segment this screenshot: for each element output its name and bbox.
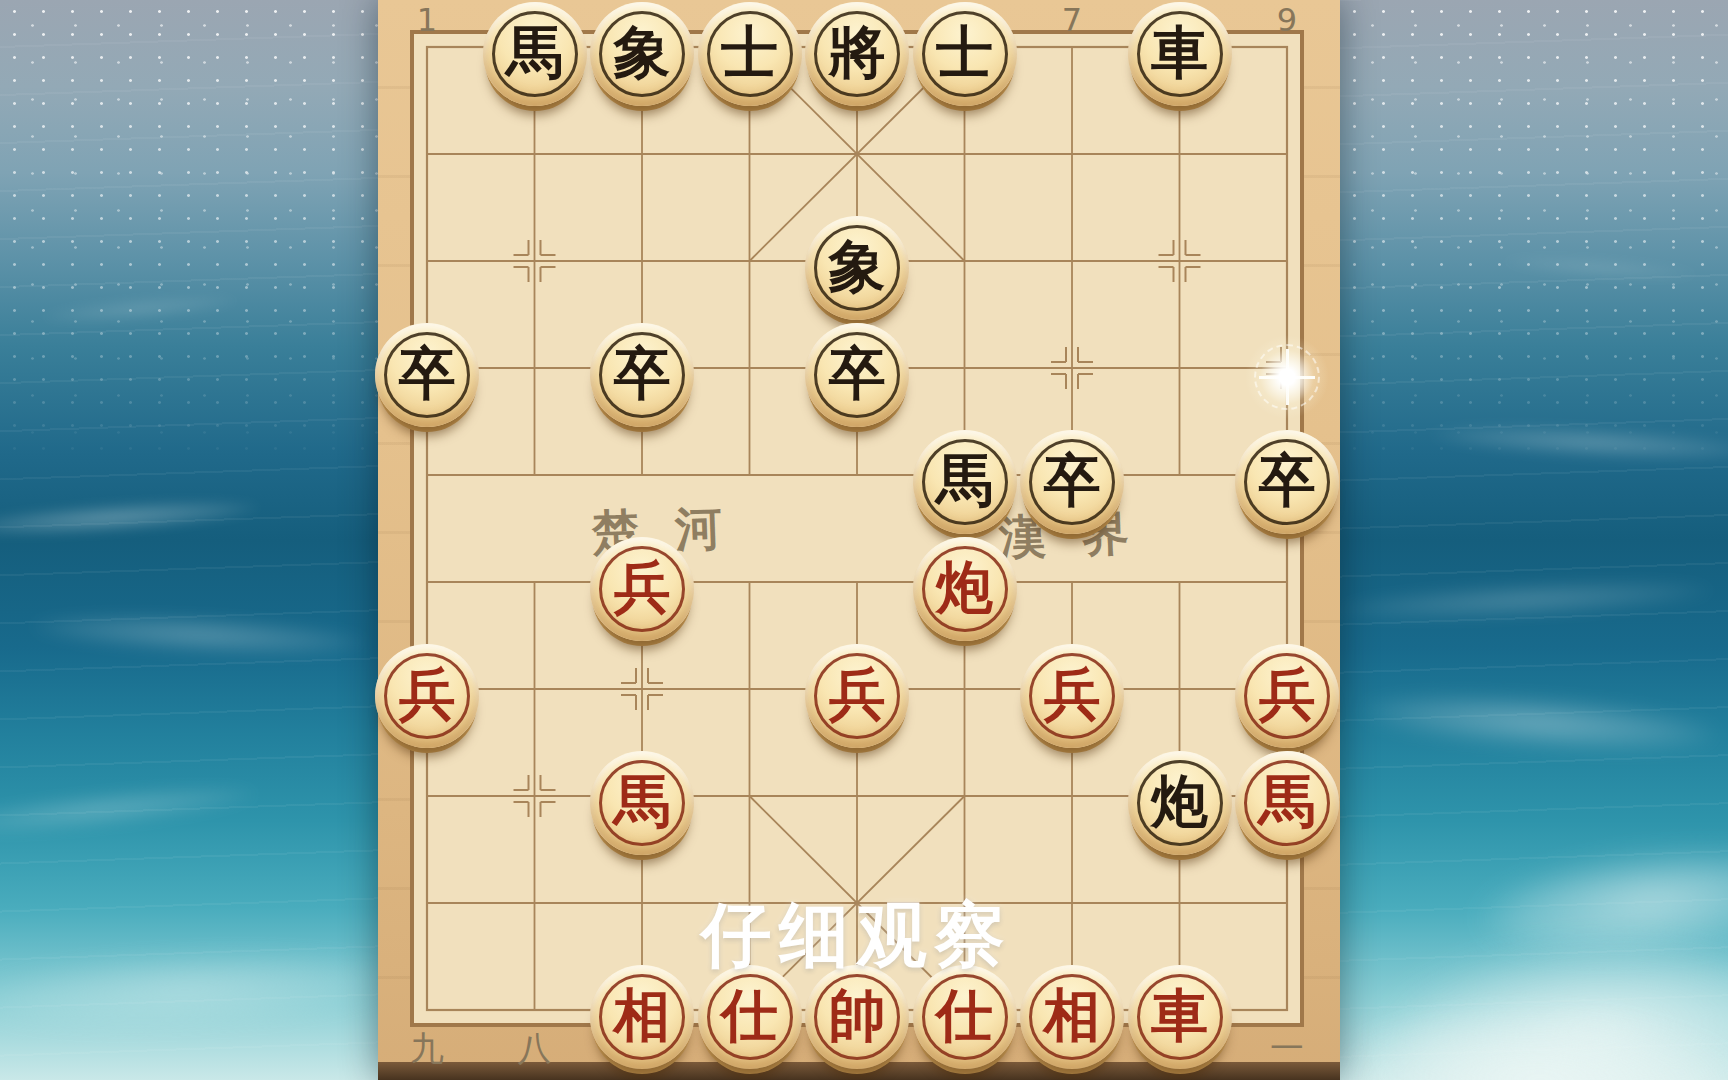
piece-red-elephant[interactable]: 相 (1020, 965, 1124, 1069)
coord-top-1: 1 (417, 1, 437, 39)
piece-glyph: 將 (829, 23, 886, 80)
piece-black-soldier[interactable]: 卒 (1020, 430, 1124, 534)
piece-red-soldier[interactable]: 兵 (1235, 644, 1339, 748)
coord-bottom-9: 一 (1270, 1026, 1304, 1072)
piece-red-soldier[interactable]: 兵 (375, 644, 479, 748)
piece-glyph: 卒 (399, 344, 456, 401)
piece-glyph: 炮 (936, 558, 993, 615)
piece-glyph: 卒 (614, 344, 671, 401)
piece-glyph: 象 (614, 23, 671, 80)
piece-glyph: 兵 (829, 665, 886, 722)
piece-red-soldier[interactable]: 兵 (1020, 644, 1124, 748)
last-move-sparkle (1240, 330, 1334, 424)
piece-black-horse[interactable]: 馬 (913, 430, 1017, 534)
piece-glyph: 兵 (1259, 665, 1316, 722)
piece-glyph: 車 (1151, 23, 1208, 80)
piece-red-cannon[interactable]: 炮 (913, 537, 1017, 641)
piece-glyph: 卒 (1259, 451, 1316, 508)
piece-glyph: 象 (829, 237, 886, 294)
piece-glyph: 馬 (614, 772, 671, 829)
coord-top-9: 9 (1277, 1, 1297, 39)
coord-top-7: 7 (1062, 1, 1082, 39)
piece-black-soldier[interactable]: 卒 (805, 323, 909, 427)
piece-glyph: 卒 (1044, 451, 1101, 508)
piece-red-chariot[interactable]: 車 (1128, 965, 1232, 1069)
piece-black-cannon[interactable]: 炮 (1128, 751, 1232, 855)
piece-black-soldier[interactable]: 卒 (590, 323, 694, 427)
piece-black-advisor[interactable]: 士 (698, 2, 802, 106)
screenshot-stage: 179九八一 楚河 漢界 馬象士將士車象卒卒卒馬卒卒兵炮兵兵兵兵馬炮馬相仕帥仕相… (0, 0, 1728, 1080)
piece-glyph: 炮 (1151, 772, 1208, 829)
piece-black-chariot[interactable]: 車 (1128, 2, 1232, 106)
piece-glyph: 相 (614, 986, 671, 1043)
piece-black-soldier[interactable]: 卒 (1235, 430, 1339, 534)
coord-bottom-2: 八 (518, 1026, 552, 1072)
video-caption: 仔细观察 (701, 889, 1013, 983)
piece-black-elephant[interactable]: 象 (805, 216, 909, 320)
piece-glyph: 馬 (506, 23, 563, 80)
piece-glyph: 兵 (614, 558, 671, 615)
piece-glyph: 士 (936, 23, 993, 80)
coord-bottom-1: 九 (410, 1026, 444, 1072)
piece-red-horse[interactable]: 馬 (1235, 751, 1339, 855)
piece-glyph: 相 (1044, 986, 1101, 1043)
piece-red-soldier[interactable]: 兵 (590, 537, 694, 641)
piece-glyph: 卒 (829, 344, 886, 401)
piece-glyph: 仕 (721, 986, 778, 1043)
piece-black-soldier[interactable]: 卒 (375, 323, 479, 427)
piece-black-advisor[interactable]: 士 (913, 2, 1017, 106)
piece-red-elephant[interactable]: 相 (590, 965, 694, 1069)
piece-glyph: 帥 (829, 986, 886, 1043)
piece-glyph: 馬 (1259, 772, 1316, 829)
piece-glyph: 車 (1151, 986, 1208, 1043)
piece-red-horse[interactable]: 馬 (590, 751, 694, 855)
piece-black-general[interactable]: 將 (805, 2, 909, 106)
piece-glyph: 馬 (936, 451, 993, 508)
piece-red-soldier[interactable]: 兵 (805, 644, 909, 748)
piece-glyph: 士 (721, 23, 778, 80)
piece-black-horse[interactable]: 馬 (483, 2, 587, 106)
piece-glyph: 兵 (399, 665, 456, 722)
piece-glyph: 兵 (1044, 665, 1101, 722)
piece-black-elephant[interactable]: 象 (590, 2, 694, 106)
piece-glyph: 仕 (936, 986, 993, 1043)
